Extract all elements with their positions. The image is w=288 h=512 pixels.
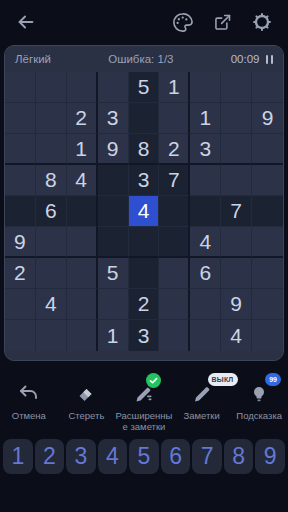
cell-r4c1[interactable] xyxy=(5,165,36,196)
cell-r6c7[interactable]: 4 xyxy=(190,227,221,258)
arrow-left-icon xyxy=(15,11,37,33)
cell-r9c6[interactable] xyxy=(159,320,190,351)
pause-icon xyxy=(266,55,269,64)
bulb-icon: 99 xyxy=(247,380,271,406)
advanced-notes-on-badge xyxy=(146,373,161,388)
cell-r7c4[interactable]: 5 xyxy=(98,258,129,289)
difficulty-label: Лёгкий xyxy=(15,53,51,65)
cell-r5c6[interactable] xyxy=(159,196,190,227)
timer-label: 00:09 xyxy=(231,53,260,65)
cell-r9c3[interactable] xyxy=(67,320,98,351)
toolbar: Отмена Стереть Расширенные заметки xyxy=(0,380,288,432)
cell-r2c1[interactable] xyxy=(5,103,36,134)
cell-r5c9[interactable] xyxy=(252,196,283,227)
cell-r1c6[interactable]: 1 xyxy=(159,72,190,103)
cell-r9c4[interactable]: 1 xyxy=(98,320,129,351)
cell-r4c6[interactable]: 7 xyxy=(159,165,190,196)
cell-r6c1[interactable]: 9 xyxy=(5,227,36,258)
share-icon xyxy=(212,12,233,33)
cell-r6c2[interactable] xyxy=(36,227,67,258)
advanced-notes-label: Расширенные заметки xyxy=(115,410,173,432)
numpad-key-4[interactable]: 4 xyxy=(98,439,128,474)
share-button[interactable] xyxy=(210,10,234,34)
palette-icon xyxy=(171,11,194,34)
board-panel: Лёгкий Ошибка: 1/3 00:09 512319198238437… xyxy=(4,45,284,361)
cell-r2c3[interactable]: 2 xyxy=(67,103,98,134)
cell-r2c6[interactable] xyxy=(159,103,190,134)
advanced-notes-button[interactable]: Расширенные заметки xyxy=(115,380,173,432)
cell-r1c4[interactable] xyxy=(98,72,129,103)
settings-button[interactable] xyxy=(250,10,274,34)
cell-r5c5[interactable]: 4 xyxy=(129,196,160,227)
cell-r3c4[interactable]: 9 xyxy=(98,134,129,165)
cell-r8c6[interactable] xyxy=(159,289,190,320)
cell-r2c7[interactable]: 1 xyxy=(190,103,221,134)
numpad-key-7[interactable]: 7 xyxy=(192,439,222,474)
erase-label: Стереть xyxy=(68,410,104,421)
cell-r8c1[interactable] xyxy=(5,289,36,320)
cell-r8c5[interactable]: 2 xyxy=(129,289,160,320)
panel-bottom-strip xyxy=(5,351,283,360)
cell-r9c5[interactable]: 3 xyxy=(129,320,160,351)
notes-label: Заметки xyxy=(183,410,219,421)
cell-r7c2[interactable] xyxy=(36,258,67,289)
undo-label: Отмена xyxy=(12,410,46,421)
cell-r1c1[interactable] xyxy=(5,72,36,103)
sudoku-board: 51231919823843764794256429134 xyxy=(5,72,283,351)
cell-r1c3[interactable] xyxy=(67,72,98,103)
cell-r5c4[interactable] xyxy=(98,196,129,227)
numpad-key-5[interactable]: 5 xyxy=(129,439,159,474)
cell-r4c3[interactable]: 4 xyxy=(67,165,98,196)
cell-r6c9[interactable] xyxy=(252,227,283,258)
cell-r8c2[interactable]: 4 xyxy=(36,289,67,320)
cell-r7c7[interactable]: 6 xyxy=(190,258,221,289)
cell-r3c1[interactable] xyxy=(5,134,36,165)
cell-r5c8[interactable]: 7 xyxy=(221,196,252,227)
cell-r1c7[interactable] xyxy=(190,72,221,103)
pencil-icon: ВЫКЛ xyxy=(190,380,214,406)
cell-r4c9[interactable] xyxy=(252,165,283,196)
undo-icon xyxy=(17,380,41,406)
cell-r7c3[interactable] xyxy=(67,258,98,289)
hint-button[interactable]: 99 Подсказка xyxy=(230,380,288,432)
cell-r6c3[interactable] xyxy=(67,227,98,258)
cell-r8c9[interactable] xyxy=(252,289,283,320)
cell-r2c4[interactable]: 3 xyxy=(98,103,129,134)
theme-button[interactable] xyxy=(170,10,194,34)
numpad-key-8[interactable]: 8 xyxy=(224,439,254,474)
cell-r8c4[interactable] xyxy=(98,289,129,320)
status-bar: Лёгкий Ошибка: 1/3 00:09 xyxy=(5,46,283,72)
numpad-key-3[interactable]: 3 xyxy=(66,439,96,474)
cell-r7c6[interactable] xyxy=(159,258,190,289)
cell-r6c6[interactable] xyxy=(159,227,190,258)
hint-count-badge: 99 xyxy=(265,373,281,386)
numpad-key-2[interactable]: 2 xyxy=(35,439,65,474)
cell-r9c8[interactable]: 4 xyxy=(221,320,252,351)
undo-button[interactable]: Отмена xyxy=(0,380,58,432)
pause-icon xyxy=(271,55,274,64)
errors-label: Ошибка: 1/3 xyxy=(108,53,173,65)
cell-r6c8[interactable] xyxy=(221,227,252,258)
cell-r7c1[interactable]: 2 xyxy=(5,258,36,289)
cell-r9c9[interactable] xyxy=(252,320,283,351)
cell-r3c3[interactable]: 1 xyxy=(67,134,98,165)
numpad-key-6[interactable]: 6 xyxy=(161,439,191,474)
cell-r7c5[interactable] xyxy=(129,258,160,289)
number-pad: 123456789 xyxy=(3,439,285,474)
pause-button[interactable] xyxy=(266,55,274,64)
cell-r3c7[interactable]: 3 xyxy=(190,134,221,165)
cell-r2c8[interactable] xyxy=(221,103,252,134)
cell-r1c9[interactable] xyxy=(252,72,283,103)
cell-r5c3[interactable] xyxy=(67,196,98,227)
cell-r4c7[interactable] xyxy=(190,165,221,196)
cell-r4c5[interactable]: 3 xyxy=(129,165,160,196)
cell-r3c8[interactable] xyxy=(221,134,252,165)
cell-r6c4[interactable] xyxy=(98,227,129,258)
cell-r8c8[interactable]: 9 xyxy=(221,289,252,320)
cell-r1c5[interactable]: 5 xyxy=(129,72,160,103)
cell-r9c7[interactable] xyxy=(190,320,221,351)
cell-r2c5[interactable] xyxy=(129,103,160,134)
cell-r4c8[interactable] xyxy=(221,165,252,196)
cell-r7c8[interactable] xyxy=(221,258,252,289)
notes-button[interactable]: ВЫКЛ Заметки xyxy=(173,380,231,432)
cell-r3c6[interactable]: 2 xyxy=(159,134,190,165)
eraser-icon xyxy=(74,380,98,406)
cell-r4c2[interactable]: 8 xyxy=(36,165,67,196)
cell-r9c2[interactable] xyxy=(36,320,67,351)
cell-r1c2[interactable] xyxy=(36,72,67,103)
cell-r6c5[interactable] xyxy=(129,227,160,258)
cell-r3c9[interactable] xyxy=(252,134,283,165)
cell-r5c7[interactable] xyxy=(190,196,221,227)
cell-r5c2[interactable]: 6 xyxy=(36,196,67,227)
cell-r2c9[interactable]: 9 xyxy=(252,103,283,134)
numpad-key-1[interactable]: 1 xyxy=(3,439,33,474)
cell-r7c9[interactable] xyxy=(252,258,283,289)
cell-r3c2[interactable] xyxy=(36,134,67,165)
cell-r2c2[interactable] xyxy=(36,103,67,134)
gear-icon xyxy=(251,11,273,33)
back-button[interactable] xyxy=(14,10,38,34)
erase-button[interactable]: Стереть xyxy=(58,380,116,432)
cell-r1c8[interactable] xyxy=(221,72,252,103)
numpad-key-9[interactable]: 9 xyxy=(255,439,285,474)
cell-r9c1[interactable] xyxy=(5,320,36,351)
hint-label: Подсказка xyxy=(236,410,282,421)
top-app-bar xyxy=(0,0,288,44)
cell-r5c1[interactable] xyxy=(5,196,36,227)
cell-r8c3[interactable] xyxy=(67,289,98,320)
cell-r3c5[interactable]: 8 xyxy=(129,134,160,165)
pencil-lines-icon xyxy=(132,380,156,406)
cell-r4c4[interactable] xyxy=(98,165,129,196)
cell-r8c7[interactable] xyxy=(190,289,221,320)
